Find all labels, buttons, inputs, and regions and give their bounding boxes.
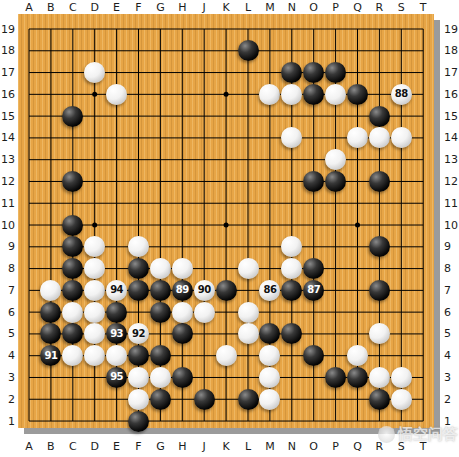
white-stone [259, 389, 280, 410]
white-stone [62, 302, 83, 323]
move-number-label: 94 [106, 280, 127, 301]
white-stone [391, 367, 412, 388]
black-stone: 93 [106, 323, 127, 344]
row-label-right: 15 [444, 111, 458, 122]
black-stone [216, 280, 237, 301]
row-label-left: 5 [0, 328, 15, 339]
column-label-top: F [135, 2, 141, 13]
row-label-left: 4 [0, 350, 15, 361]
row-label-left: 7 [0, 285, 15, 296]
black-stone [150, 345, 171, 366]
row-label-right: 7 [444, 285, 451, 296]
white-stone [84, 302, 105, 323]
column-label-top: G [156, 2, 165, 13]
column-label-bottom: N [288, 441, 296, 452]
column-label-bottom: F [135, 441, 141, 452]
row-label-right: 12 [444, 176, 458, 187]
column-label-bottom: H [178, 441, 186, 452]
black-stone [40, 302, 61, 323]
row-label-right: 6 [444, 307, 451, 318]
move-number-label: 90 [194, 280, 215, 301]
white-stone [238, 258, 259, 279]
row-label-left: 8 [0, 263, 15, 274]
column-label-bottom: Q [353, 441, 362, 452]
row-label-right: 11 [444, 198, 458, 209]
row-label-left: 2 [0, 394, 15, 405]
row-label-right: 3 [444, 372, 451, 383]
row-label-left: 13 [0, 154, 15, 165]
move-number-label: 93 [106, 323, 127, 344]
row-label-right: 9 [444, 241, 451, 252]
white-stone [391, 389, 412, 410]
row-label-right: 19 [444, 24, 458, 35]
black-stone [128, 280, 149, 301]
column-label-bottom: O [309, 441, 318, 452]
column-label-bottom: E [113, 441, 120, 452]
move-number-label: 89 [172, 280, 193, 301]
move-number-label: 92 [128, 323, 149, 344]
black-stone [325, 171, 346, 192]
column-label-bottom: M [265, 441, 275, 452]
black-stone [325, 367, 346, 388]
row-label-left: 19 [0, 24, 15, 35]
white-stone [128, 389, 149, 410]
black-stone [62, 215, 83, 236]
row-label-right: 4 [444, 350, 451, 361]
black-stone [62, 106, 83, 127]
column-label-top: R [376, 2, 384, 13]
move-number-label: 87 [303, 280, 324, 301]
row-label-right: 17 [444, 67, 458, 78]
row-label-right: 18 [444, 45, 458, 56]
row-label-left: 3 [0, 372, 15, 383]
row-label-left: 18 [0, 45, 15, 56]
row-label-right: 8 [444, 263, 451, 274]
black-stone [106, 302, 127, 323]
black-stone [369, 106, 390, 127]
white-stone [216, 345, 237, 366]
move-number-label: 88 [391, 84, 412, 105]
column-label-bottom: D [90, 441, 98, 452]
white-stone: 94 [106, 280, 127, 301]
black-stone: 95 [106, 367, 127, 388]
column-label-top: S [398, 2, 405, 13]
move-number-label: 95 [106, 367, 127, 388]
row-label-left: 16 [0, 89, 15, 100]
row-label-left: 1 [0, 416, 15, 427]
column-label-top: J [203, 2, 206, 13]
row-label-left: 15 [0, 111, 15, 122]
row-label-left: 17 [0, 67, 15, 78]
white-stone [172, 302, 193, 323]
white-stone [238, 302, 259, 323]
white-stone [325, 84, 346, 105]
white-stone [369, 367, 390, 388]
row-label-left: 12 [0, 176, 15, 187]
black-stone [325, 62, 346, 83]
white-stone [150, 367, 171, 388]
black-stone [238, 389, 259, 410]
black-stone [303, 84, 324, 105]
column-label-top: D [90, 2, 98, 13]
black-stone: 91 [40, 345, 61, 366]
black-stone [150, 302, 171, 323]
column-label-top: B [47, 2, 55, 13]
column-label-bottom: B [47, 441, 55, 452]
white-stone [84, 280, 105, 301]
row-label-left: 6 [0, 307, 15, 318]
row-label-right: 14 [444, 132, 458, 143]
black-stone [369, 280, 390, 301]
column-label-bottom: L [245, 441, 251, 452]
black-stone [150, 389, 171, 410]
row-label-right: 13 [444, 154, 458, 165]
white-stone [106, 84, 127, 105]
column-label-bottom: G [156, 441, 165, 452]
row-label-right: 1 [444, 416, 451, 427]
column-label-bottom: T [420, 441, 427, 452]
row-label-right: 10 [444, 220, 458, 231]
white-stone: 90 [194, 280, 215, 301]
column-label-top: A [25, 2, 33, 13]
column-label-top: N [288, 2, 296, 13]
column-label-bottom: J [203, 441, 206, 452]
white-stone [150, 258, 171, 279]
white-stone [172, 258, 193, 279]
row-label-left: 14 [0, 132, 15, 143]
white-stone [281, 84, 302, 105]
white-stone [194, 302, 215, 323]
white-stone: 86 [259, 280, 280, 301]
go-board: 89879391958894908692 [18, 14, 434, 428]
column-label-bottom: K [222, 441, 229, 452]
move-number-label: 86 [259, 280, 280, 301]
black-stone [238, 40, 259, 61]
black-stone [172, 367, 193, 388]
column-label-top: P [332, 2, 339, 13]
black-stone [194, 389, 215, 410]
column-label-bottom: S [398, 441, 405, 452]
row-label-left: 11 [0, 198, 15, 209]
column-label-bottom: C [69, 441, 77, 452]
black-stone [369, 171, 390, 192]
black-stone [128, 258, 149, 279]
column-label-top: L [245, 2, 251, 13]
column-label-top: H [178, 2, 186, 13]
black-stone [369, 389, 390, 410]
black-stone [303, 171, 324, 192]
black-stone [128, 411, 149, 432]
column-label-bottom: P [332, 441, 339, 452]
row-label-left: 9 [0, 241, 15, 252]
row-label-left: 10 [0, 220, 15, 231]
column-label-top: O [309, 2, 318, 13]
move-number-label: 91 [40, 345, 61, 366]
column-label-top: C [69, 2, 77, 13]
row-label-right: 5 [444, 328, 451, 339]
white-stone: 92 [128, 323, 149, 344]
black-stone: 89 [172, 280, 193, 301]
black-stone: 87 [303, 280, 324, 301]
column-label-top: T [420, 2, 427, 13]
white-stone [238, 323, 259, 344]
column-label-bottom: R [376, 441, 384, 452]
column-label-bottom: A [25, 441, 33, 452]
white-stone: 88 [391, 84, 412, 105]
column-label-top: K [222, 2, 229, 13]
black-stone [347, 84, 368, 105]
row-label-right: 2 [444, 394, 451, 405]
column-label-top: Q [353, 2, 362, 13]
black-stone [347, 367, 368, 388]
go-diagram: 89879391958894908692 ABCDEFGHJKLMNOPQRST… [0, 0, 459, 457]
black-stone [150, 280, 171, 301]
row-label-right: 16 [444, 89, 458, 100]
column-label-top: E [113, 2, 120, 13]
white-stone [128, 367, 149, 388]
column-label-top: M [265, 2, 275, 13]
